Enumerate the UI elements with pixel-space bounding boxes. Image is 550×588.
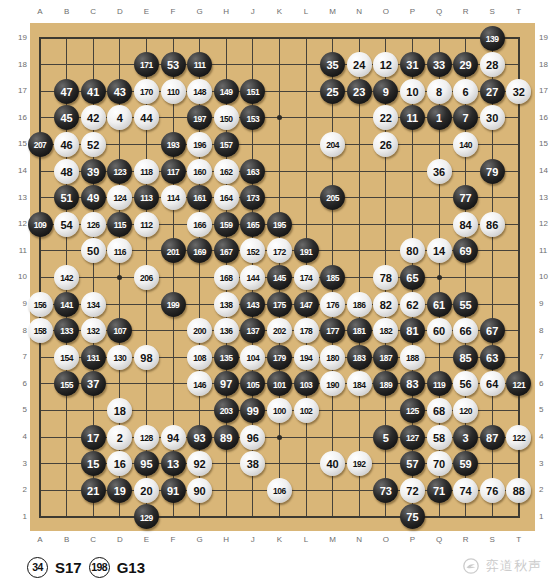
stone-white-36-q14: 36 [427, 159, 452, 184]
coord-col-top-t: T [511, 7, 527, 17]
stone-white-136-h8: 136 [214, 318, 239, 343]
coord-right-4: 4 [539, 432, 550, 442]
stone-white-72-p2: 72 [400, 478, 425, 503]
stone-black-65-p10: 65 [400, 265, 425, 290]
stone-black-151-j17: 151 [240, 79, 265, 104]
caption-point-g13: G13 [117, 559, 145, 576]
stone-black-55-r9: 55 [453, 292, 478, 317]
coord-left-6: 6 [11, 379, 27, 389]
coord-col-top-a: A [32, 7, 48, 17]
coord-left-3: 3 [11, 459, 27, 469]
coord-left-8: 8 [11, 326, 27, 336]
stone-white-100-k5: 100 [267, 398, 292, 423]
stone-white-2-d4: 2 [107, 425, 132, 450]
stone-black-185-m10: 185 [320, 265, 345, 290]
stone-white-106-k2: 106 [267, 478, 292, 503]
stone-black-129-e1: 129 [134, 504, 159, 529]
stone-black-91-f2: 91 [161, 478, 186, 503]
stone-white-114-f13: 114 [161, 185, 186, 210]
coord-right-2: 2 [539, 485, 550, 495]
stone-black-53-f18: 53 [161, 52, 186, 77]
coord-right-16: 16 [539, 113, 550, 123]
stone-white-10-p17: 10 [400, 79, 425, 104]
stone-black-135-h7: 135 [214, 345, 239, 370]
stone-black-203-h5: 203 [214, 398, 239, 423]
coord-left-18: 18 [11, 60, 27, 70]
coord-col-top-l: L [298, 7, 314, 17]
coord-col-top-r: R [458, 7, 474, 17]
stone-white-8-q17: 8 [427, 79, 452, 104]
coord-col-bottom-n: N [351, 535, 367, 545]
stone-black-191-l11: 191 [294, 238, 319, 263]
coord-col-top-h: H [218, 7, 234, 17]
coord-col-bottom-e: E [138, 535, 154, 545]
coord-col-bottom-c: C [85, 535, 101, 545]
stone-black-123-d14: 123 [107, 159, 132, 184]
stone-white-174-l10: 174 [294, 265, 319, 290]
stone-black-97-h6: 97 [214, 371, 239, 396]
stone-black-67-s8: 67 [480, 318, 505, 343]
stone-white-14-q11: 14 [427, 238, 452, 263]
stone-white-42-c16: 42 [81, 105, 106, 130]
stone-white-194-l7: 194 [294, 345, 319, 370]
stone-white-20-e2: 20 [134, 478, 159, 503]
quill-bird-icon [462, 557, 482, 575]
stone-white-32-t17: 32 [506, 79, 531, 104]
stone-white-154-b7: 154 [54, 345, 79, 370]
stone-black-109-a12: 109 [28, 212, 53, 237]
caption: 34 S17 198 G13 [27, 555, 145, 579]
coord-right-17: 17 [539, 86, 550, 96]
coord-left-17: 17 [11, 86, 27, 96]
stone-white-130-d7: 130 [107, 345, 132, 370]
stone-black-49-c13: 49 [81, 185, 106, 210]
stone-white-62-p9: 62 [400, 292, 425, 317]
caption-white-stone-34: 34 [27, 557, 48, 578]
stone-white-188-p7: 188 [400, 345, 425, 370]
stone-black-25-m17: 25 [320, 79, 345, 104]
stone-black-93-g4: 93 [187, 425, 212, 450]
stone-black-127-p4: 127 [400, 425, 425, 450]
stone-black-115-d12: 115 [107, 212, 132, 237]
coord-right-12: 12 [539, 219, 550, 229]
stone-black-193-f15: 193 [161, 132, 186, 157]
coord-col-top-j: J [245, 7, 261, 17]
stone-black-33-q18: 33 [427, 52, 452, 77]
stone-white-90-g2: 90 [187, 478, 212, 503]
coord-right-1: 1 [539, 512, 550, 522]
stone-white-64-s6: 64 [480, 371, 505, 396]
coord-col-bottom-j: J [245, 535, 261, 545]
stone-white-170-e17: 170 [134, 79, 159, 104]
stone-black-31-p18: 31 [400, 52, 425, 77]
stone-white-86-s12: 86 [480, 212, 505, 237]
stone-black-37-c6: 37 [81, 371, 106, 396]
stone-white-108-g7: 108 [187, 345, 212, 370]
coord-left-5: 5 [11, 405, 27, 415]
coord-col-top-p: P [404, 7, 420, 17]
stone-black-171-e18: 171 [134, 52, 159, 77]
stone-black-167-h11: 167 [214, 238, 239, 263]
stone-white-70-q3: 70 [427, 451, 452, 476]
coord-right-8: 8 [539, 326, 550, 336]
coord-right-5: 5 [539, 405, 550, 415]
stone-white-166-g12: 166 [187, 212, 212, 237]
stone-black-157-h15: 157 [214, 132, 239, 157]
stone-white-196-g15: 196 [187, 132, 212, 157]
stone-black-79-s14: 79 [480, 159, 505, 184]
coord-col-top-s: S [484, 7, 500, 17]
stone-black-165-j12: 165 [240, 212, 265, 237]
stone-black-3-r4: 3 [453, 425, 478, 450]
coord-col-top-e: E [138, 7, 154, 17]
coord-left-4: 4 [11, 432, 27, 442]
coord-col-bottom-g: G [192, 535, 208, 545]
stone-white-110-f17: 110 [161, 79, 186, 104]
stone-black-103-l6: 103 [294, 371, 319, 396]
stone-white-178-l8: 178 [294, 318, 319, 343]
coord-col-bottom-p: P [404, 535, 420, 545]
stone-white-202-k8: 202 [267, 318, 292, 343]
stone-white-88-t2: 88 [506, 478, 531, 503]
coord-col-bottom-r: R [458, 535, 474, 545]
stone-white-160-g14: 160 [187, 159, 212, 184]
logo-text: 弈道秋声 [486, 557, 542, 575]
coord-right-6: 6 [539, 379, 550, 389]
coord-right-3: 3 [539, 459, 550, 469]
stone-white-50-c11: 50 [81, 238, 106, 263]
stone-black-57-p3: 57 [400, 451, 425, 476]
stone-black-23-n17: 23 [347, 79, 372, 104]
go-board: 1391715311135241231332928474143170110148… [30, 23, 535, 531]
stone-white-6-r17: 6 [453, 79, 478, 104]
stone-black-145-k10: 145 [267, 265, 292, 290]
stone-black-21-c2: 21 [81, 478, 106, 503]
stone-white-142-b10: 142 [54, 265, 79, 290]
coord-col-top-g: G [192, 7, 208, 17]
stone-black-95-e3: 95 [134, 451, 159, 476]
stone-black-47-b17: 47 [54, 79, 79, 104]
stone-white-132-c8: 132 [81, 318, 106, 343]
coord-left-14: 14 [11, 166, 27, 176]
stone-white-164-h13: 164 [214, 185, 239, 210]
stone-black-17-c4: 17 [81, 425, 106, 450]
stone-white-168-h10: 168 [214, 265, 239, 290]
stone-white-140-r15: 140 [453, 132, 478, 157]
coord-left-1: 1 [11, 512, 27, 522]
stone-black-143-j9: 143 [240, 292, 265, 317]
coord-col-bottom-t: T [511, 535, 527, 545]
stone-black-175-k9: 175 [267, 292, 292, 317]
stone-white-204-m15: 204 [320, 132, 345, 157]
coord-col-top-c: C [85, 7, 101, 17]
coord-right-15: 15 [539, 139, 550, 149]
stone-white-112-e12: 112 [134, 212, 159, 237]
coord-col-bottom-o: O [378, 535, 394, 545]
stone-black-121-t6: 121 [506, 371, 531, 396]
coord-col-top-q: Q [431, 7, 447, 17]
stone-white-158-a8: 158 [28, 318, 53, 343]
stone-white-126-c12: 126 [81, 212, 106, 237]
coord-left-19: 19 [11, 33, 27, 43]
coord-right-11: 11 [539, 246, 550, 256]
coord-right-10: 10 [539, 272, 550, 282]
stone-white-24-n18: 24 [347, 52, 372, 77]
stone-black-149-h17: 149 [214, 79, 239, 104]
publisher-logo: 弈道秋声 [462, 557, 542, 575]
stone-white-134-c9: 134 [81, 292, 106, 317]
stone-white-60-q8: 60 [427, 318, 452, 343]
stone-white-46-b15: 46 [54, 132, 79, 157]
stone-black-181-n8: 181 [347, 318, 372, 343]
stone-black-125-p5: 125 [400, 398, 425, 423]
stone-white-68-q5: 68 [427, 398, 452, 423]
stone-black-141-b9: 141 [54, 292, 79, 317]
stone-white-128-e4: 128 [134, 425, 159, 450]
coord-left-11: 11 [11, 246, 27, 256]
stone-white-184-n6: 184 [347, 371, 372, 396]
stone-black-119-q6: 119 [427, 371, 452, 396]
star-point-k4 [277, 435, 282, 440]
stone-black-5-o4: 5 [373, 425, 398, 450]
stone-black-117-f14: 117 [161, 159, 186, 184]
stone-white-122-t4: 122 [506, 425, 531, 450]
stone-black-131-c7: 131 [81, 345, 106, 370]
stone-white-94-f4: 94 [161, 425, 186, 450]
stone-black-199-f9: 199 [161, 292, 186, 317]
stone-white-76-s2: 76 [480, 478, 505, 503]
coord-left-12: 12 [11, 219, 27, 229]
coord-col-top-n: N [351, 7, 367, 17]
stone-black-201-f11: 201 [161, 238, 186, 263]
coord-col-bottom-h: H [218, 535, 234, 545]
stone-white-30-s16: 30 [480, 105, 505, 130]
coord-col-bottom-k: K [271, 535, 287, 545]
stone-white-150-h16: 150 [214, 105, 239, 130]
stone-black-1-q16: 1 [427, 105, 452, 130]
stone-black-195-k12: 195 [267, 212, 292, 237]
stone-black-89-h4: 89 [214, 425, 239, 450]
stone-black-113-e13: 113 [134, 185, 159, 210]
stone-white-98-e7: 98 [134, 345, 159, 370]
stone-black-39-c14: 39 [81, 159, 106, 184]
stone-black-19-d2: 19 [107, 478, 132, 503]
coord-col-top-o: O [378, 7, 394, 17]
stone-black-75-p1: 75 [400, 504, 425, 529]
stone-white-74-r2: 74 [453, 478, 478, 503]
stone-white-58-q4: 58 [427, 425, 452, 450]
coord-left-9: 9 [11, 299, 27, 309]
coord-col-bottom-m: M [325, 535, 341, 545]
stone-white-52-c15: 52 [81, 132, 106, 157]
star-point-q10 [437, 275, 442, 280]
coord-right-7: 7 [539, 352, 550, 362]
stone-black-71-q2: 71 [427, 478, 452, 503]
coord-left-7: 7 [11, 352, 27, 362]
stone-white-96-j4: 96 [240, 425, 265, 450]
stone-white-28-s18: 28 [480, 52, 505, 77]
coord-col-top-d: D [112, 7, 128, 17]
stone-white-120-r5: 120 [453, 398, 478, 423]
stone-white-84-r12: 84 [453, 212, 478, 237]
coord-left-10: 10 [11, 272, 27, 282]
stone-black-15-c3: 15 [81, 451, 106, 476]
stone-white-102-l5: 102 [294, 398, 319, 423]
stone-black-63-s7: 63 [480, 345, 505, 370]
stone-black-163-j14: 163 [240, 159, 265, 184]
coord-left-15: 15 [11, 139, 27, 149]
coord-col-top-b: B [59, 7, 75, 17]
stone-black-85-r7: 85 [453, 345, 478, 370]
stone-black-43-d17: 43 [107, 79, 132, 104]
coord-col-bottom-f: F [165, 535, 181, 545]
stone-white-192-n3: 192 [347, 451, 372, 476]
stone-black-73-o2: 73 [373, 478, 398, 503]
coord-col-bottom-b: B [59, 535, 75, 545]
coord-right-13: 13 [539, 193, 550, 203]
stone-black-183-n7: 183 [347, 345, 372, 370]
stone-black-61-q9: 61 [427, 292, 452, 317]
stone-black-81-p8: 81 [400, 318, 425, 343]
stone-white-118-e14: 118 [134, 159, 159, 184]
coord-right-19: 19 [539, 33, 550, 43]
stone-white-156-a9: 156 [28, 292, 53, 317]
stone-black-159-h12: 159 [214, 212, 239, 237]
stone-white-148-g17: 148 [187, 79, 212, 104]
stone-black-13-f3: 13 [161, 451, 186, 476]
coord-right-14: 14 [539, 166, 550, 176]
stone-white-138-h9: 138 [214, 292, 239, 317]
stone-white-48-b14: 48 [54, 159, 79, 184]
stone-white-104-j7: 104 [240, 345, 265, 370]
coord-col-top-m: M [325, 7, 341, 17]
caption-point-s17: S17 [55, 559, 82, 576]
stone-black-27-s17: 27 [480, 79, 505, 104]
stone-black-41-c17: 41 [81, 79, 106, 104]
coord-left-16: 16 [11, 113, 27, 123]
coord-right-9: 9 [539, 299, 550, 309]
coord-left-13: 13 [11, 193, 27, 203]
stone-white-82-o9: 82 [373, 292, 398, 317]
coord-col-bottom-q: Q [431, 535, 447, 545]
stone-black-179-k7: 179 [267, 345, 292, 370]
coord-col-bottom-s: S [484, 535, 500, 545]
stone-white-176-m9: 176 [320, 292, 345, 317]
stone-white-54-b12: 54 [54, 212, 79, 237]
stone-white-162-h14: 162 [214, 159, 239, 184]
coord-col-bottom-l: L [298, 535, 314, 545]
stone-white-180-m7: 180 [320, 345, 345, 370]
stone-black-187-o7: 187 [373, 345, 398, 370]
caption-white-stone-198: 198 [89, 557, 110, 578]
coord-col-bottom-d: D [112, 535, 128, 545]
stone-white-206-e10: 206 [134, 265, 159, 290]
coord-right-18: 18 [539, 60, 550, 70]
stone-black-9-o17: 9 [373, 79, 398, 104]
coord-col-top-f: F [165, 7, 181, 17]
coord-col-bottom-a: A [32, 535, 48, 545]
stone-black-147-l9: 147 [294, 292, 319, 317]
stone-black-87-s4: 87 [480, 425, 505, 450]
coord-col-top-k: K [271, 7, 287, 17]
coord-left-2: 2 [11, 485, 27, 495]
stone-black-139-s19: 139 [480, 26, 505, 51]
stone-black-207-a15: 207 [28, 132, 53, 157]
stone-white-186-n9: 186 [347, 292, 372, 317]
